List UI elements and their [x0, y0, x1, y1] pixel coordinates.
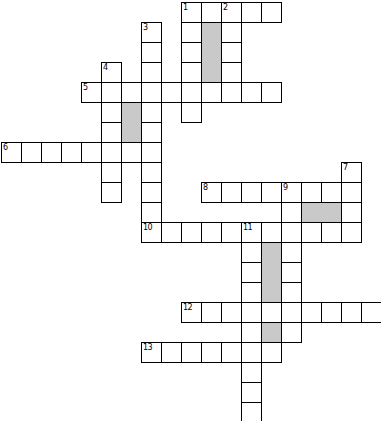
- shaded-region[interactable]: [301, 202, 342, 223]
- grid-cell[interactable]: [241, 382, 262, 403]
- grid-cell[interactable]: [201, 182, 222, 203]
- grid-cell[interactable]: [241, 282, 262, 303]
- grid-cell[interactable]: [281, 322, 302, 343]
- grid-cell[interactable]: [281, 302, 302, 323]
- shaded-region[interactable]: [121, 102, 142, 143]
- grid-cell[interactable]: [141, 222, 162, 243]
- grid-cell[interactable]: [321, 302, 342, 323]
- shaded-region[interactable]: [261, 322, 282, 343]
- grid-cell[interactable]: [101, 142, 122, 163]
- grid-cell[interactable]: [101, 162, 122, 183]
- grid-cell[interactable]: [181, 342, 202, 363]
- grid-cell[interactable]: [241, 82, 262, 103]
- grid-cell[interactable]: [241, 322, 262, 343]
- grid-cell[interactable]: [181, 22, 202, 43]
- grid-cell[interactable]: [121, 82, 142, 103]
- crossword-page: 12345678910111213: [0, 0, 381, 421]
- grid-cell[interactable]: [221, 22, 242, 43]
- grid-cell[interactable]: [241, 362, 262, 383]
- grid-cell[interactable]: [221, 62, 242, 83]
- grid-cell[interactable]: [141, 202, 162, 223]
- grid-cell[interactable]: [181, 82, 202, 103]
- grid-cell[interactable]: [181, 42, 202, 63]
- grid-cell[interactable]: [181, 222, 202, 243]
- grid-cell[interactable]: [261, 342, 282, 363]
- grid-cell[interactable]: [21, 142, 42, 163]
- grid-cell[interactable]: [101, 102, 122, 123]
- grid-cell[interactable]: [261, 302, 282, 323]
- grid-cell[interactable]: [201, 2, 222, 23]
- grid-cell[interactable]: [241, 182, 262, 203]
- grid-cell[interactable]: [81, 82, 102, 103]
- grid-cell[interactable]: [181, 2, 202, 23]
- grid-cell[interactable]: [101, 122, 122, 143]
- grid-cell[interactable]: [101, 62, 122, 83]
- crossword-board: 12345678910111213: [0, 0, 381, 421]
- grid-cell[interactable]: [221, 302, 242, 323]
- grid-cell[interactable]: [181, 102, 202, 123]
- grid-cell[interactable]: [281, 262, 302, 283]
- grid-cell[interactable]: [301, 302, 322, 323]
- grid-cell[interactable]: [341, 222, 362, 243]
- grid-cell[interactable]: [221, 82, 242, 103]
- grid-cell[interactable]: [141, 62, 162, 83]
- grid-cell[interactable]: [241, 2, 262, 23]
- grid-cell[interactable]: [221, 342, 242, 363]
- grid-cell[interactable]: [261, 82, 282, 103]
- grid-cell[interactable]: [201, 342, 222, 363]
- grid-cell[interactable]: [141, 162, 162, 183]
- grid-cell[interactable]: [1, 142, 22, 163]
- grid-cell[interactable]: [101, 182, 122, 203]
- grid-cell[interactable]: [321, 222, 342, 243]
- grid-cell[interactable]: [221, 182, 242, 203]
- grid-cell[interactable]: [361, 302, 381, 323]
- grid-cell[interactable]: [341, 202, 362, 223]
- grid-cell[interactable]: [141, 42, 162, 63]
- grid-cell[interactable]: [261, 222, 282, 243]
- grid-cell[interactable]: [161, 342, 182, 363]
- shaded-region[interactable]: [261, 242, 282, 303]
- grid-cell[interactable]: [281, 222, 302, 243]
- grid-cell[interactable]: [181, 302, 202, 323]
- grid-cell[interactable]: [141, 82, 162, 103]
- grid-cell[interactable]: [201, 302, 222, 323]
- grid-cell[interactable]: [141, 122, 162, 143]
- grid-cell[interactable]: [261, 182, 282, 203]
- grid-cell[interactable]: [241, 242, 262, 263]
- grid-cell[interactable]: [221, 42, 242, 63]
- grid-cell[interactable]: [121, 142, 142, 163]
- grid-cell[interactable]: [241, 262, 262, 283]
- grid-cell[interactable]: [81, 142, 102, 163]
- grid-cell[interactable]: [281, 202, 302, 223]
- grid-cell[interactable]: [141, 142, 162, 163]
- grid-cell[interactable]: [101, 82, 122, 103]
- grid-cell[interactable]: [301, 222, 322, 243]
- grid-cell[interactable]: [41, 142, 62, 163]
- grid-cell[interactable]: [161, 82, 182, 103]
- grid-cell[interactable]: [241, 402, 262, 421]
- shaded-region[interactable]: [201, 22, 222, 83]
- grid-cell[interactable]: [261, 2, 282, 23]
- grid-cell[interactable]: [341, 182, 362, 203]
- grid-cell[interactable]: [141, 102, 162, 123]
- grid-cell[interactable]: [301, 182, 322, 203]
- grid-cell[interactable]: [281, 182, 302, 203]
- grid-cell[interactable]: [221, 222, 242, 243]
- grid-cell[interactable]: [201, 222, 222, 243]
- grid-cell[interactable]: [201, 82, 222, 103]
- grid-cell[interactable]: [241, 342, 262, 363]
- grid-cell[interactable]: [161, 222, 182, 243]
- grid-cell[interactable]: [141, 22, 162, 43]
- grid-cell[interactable]: [341, 162, 362, 183]
- grid-cell[interactable]: [281, 282, 302, 303]
- grid-cell[interactable]: [141, 182, 162, 203]
- grid-cell[interactable]: [241, 222, 262, 243]
- grid-cell[interactable]: [141, 342, 162, 363]
- grid-cell[interactable]: [181, 62, 202, 83]
- grid-cell[interactable]: [221, 2, 242, 23]
- grid-cell[interactable]: [281, 242, 302, 263]
- grid-cell[interactable]: [341, 302, 362, 323]
- grid-cell[interactable]: [241, 302, 262, 323]
- grid-cell[interactable]: [61, 142, 82, 163]
- grid-cell[interactable]: [321, 182, 342, 203]
